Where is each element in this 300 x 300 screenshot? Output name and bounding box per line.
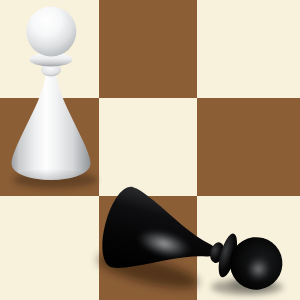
- white-pawn-body: [12, 73, 91, 181]
- white-pawn-head: [26, 7, 76, 57]
- chessboard-scene: [0, 0, 300, 300]
- pieces-layer: [0, 0, 300, 300]
- white-pawn[interactable]: [10, 7, 97, 190]
